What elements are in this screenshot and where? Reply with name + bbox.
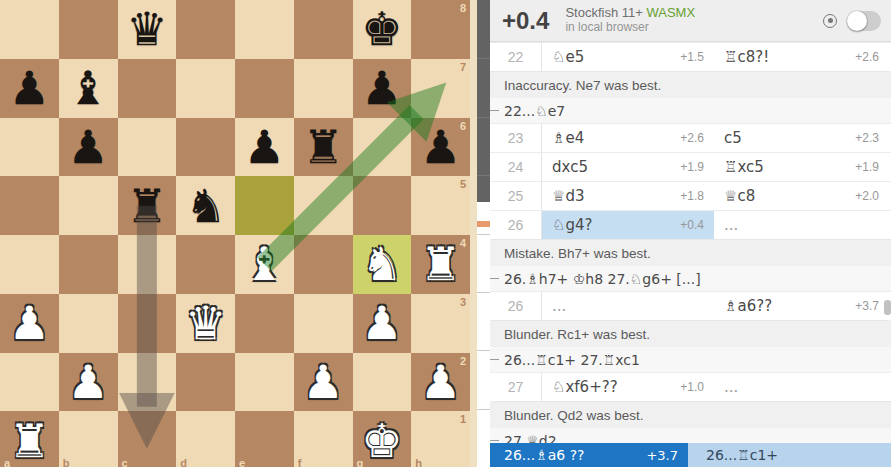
square-f7[interactable] bbox=[294, 59, 353, 118]
square-g2[interactable] bbox=[353, 353, 412, 412]
square-d6[interactable] bbox=[176, 118, 235, 177]
coord-file-c: c bbox=[122, 457, 128, 467]
white-queen-d3[interactable]: ♛ bbox=[176, 294, 235, 353]
square-h3[interactable]: 3 bbox=[411, 294, 470, 353]
engine-location: in local browser bbox=[565, 21, 695, 35]
black-king-g8[interactable]: ♚ bbox=[353, 0, 412, 59]
coord-file-e: e bbox=[239, 457, 245, 467]
gauge-tick bbox=[477, 175, 490, 176]
square-b1[interactable]: b bbox=[59, 411, 118, 467]
square-c1[interactable]: c bbox=[118, 411, 177, 467]
move-eval: +2.6 bbox=[680, 131, 704, 145]
white-move-cell[interactable]: dxc5+1.9 bbox=[542, 153, 714, 181]
played-move-eval: +3.7 bbox=[646, 448, 678, 463]
scrollbar-thumb[interactable] bbox=[884, 300, 891, 315]
move-row-22: 22♘e5+1.5♖c8?!+2.6 bbox=[490, 42, 891, 71]
square-h4[interactable]: ♜4 bbox=[411, 235, 470, 294]
square-f2[interactable]: ♟ bbox=[294, 353, 353, 412]
coord-rank-1: 1 bbox=[460, 413, 466, 425]
square-d1[interactable]: d bbox=[176, 411, 235, 467]
white-knight-g4[interactable]: ♞ bbox=[353, 235, 412, 294]
square-h6[interactable]: ♟6 bbox=[411, 118, 470, 177]
coord-rank-5: 5 bbox=[460, 178, 466, 190]
move-eval: +3.7 bbox=[855, 299, 879, 313]
black-pawn-e6[interactable]: ♟ bbox=[235, 118, 294, 177]
variation-line[interactable]: 22...♘e7 bbox=[490, 98, 891, 123]
square-a4[interactable] bbox=[0, 235, 59, 294]
white-move-cell[interactable]: ♘g4?+0.4 bbox=[542, 211, 714, 239]
engine-tech: WASMX bbox=[646, 5, 695, 20]
white-pawn-f2[interactable]: ♟ bbox=[294, 353, 353, 412]
move-eval: +1.9 bbox=[855, 160, 879, 174]
eval-gauge bbox=[477, 0, 490, 467]
lichess-analysis-screen: ♛♚8♟♝♟7♟♟♜♟6♜♞5♝♞♜4♟♛♟3♟♟♟2♜abcdef♚gh1 +… bbox=[0, 0, 891, 467]
square-e8[interactable] bbox=[235, 0, 294, 59]
square-b4[interactable] bbox=[59, 235, 118, 294]
square-f4[interactable] bbox=[294, 235, 353, 294]
toggle-knob bbox=[847, 11, 867, 31]
black-pawn-g7[interactable]: ♟ bbox=[353, 59, 412, 118]
chess-board[interactable]: ♛♚8♟♝♟7♟♟♜♟6♜♞5♝♞♜4♟♛♟3♟♟♟2♜abcdef♚gh1 bbox=[0, 0, 470, 467]
coord-rank-4: 4 bbox=[460, 237, 466, 249]
coord-rank-7: 7 bbox=[460, 61, 466, 73]
square-e3[interactable] bbox=[235, 294, 294, 353]
move-eval: +2.6 bbox=[855, 50, 879, 64]
square-g5[interactable] bbox=[353, 176, 412, 235]
judgment-comment-blunder: Blunder. Rc1+ was best. bbox=[490, 320, 891, 347]
square-h8[interactable]: 8 bbox=[411, 0, 470, 59]
move-eval: +2.0 bbox=[855, 189, 879, 203]
engine-eval: +0.4 bbox=[502, 7, 549, 35]
move-san: ♗a6?? bbox=[724, 297, 855, 315]
coord-file-b: b bbox=[63, 457, 70, 467]
move-row-24: 24dxc5+1.9♖xc5+1.9 bbox=[490, 152, 891, 181]
move-eval: +1.0 bbox=[680, 380, 704, 394]
square-b5[interactable] bbox=[59, 176, 118, 235]
best-move-button[interactable]: 26...♖c1+ bbox=[688, 443, 891, 467]
move-number: 22 bbox=[490, 43, 542, 71]
move-eval: +2.3 bbox=[855, 131, 879, 145]
square-g3[interactable]: ♟ bbox=[353, 294, 412, 353]
square-d4[interactable] bbox=[176, 235, 235, 294]
coord-rank-2: 2 bbox=[460, 355, 466, 367]
move-san: ♕d3 bbox=[552, 187, 680, 205]
black-move-cell[interactable]: ♕c8+2.0 bbox=[714, 182, 891, 210]
square-h2[interactable]: ♟2 bbox=[411, 353, 470, 412]
coord-file-d: d bbox=[180, 457, 187, 467]
black-rook-f6[interactable]: ♜ bbox=[294, 118, 353, 177]
square-c6[interactable] bbox=[118, 118, 177, 177]
move-eval: +0.4 bbox=[680, 218, 704, 232]
square-g8[interactable]: ♚ bbox=[353, 0, 412, 59]
gauge-tick bbox=[477, 350, 490, 351]
square-d7[interactable] bbox=[176, 59, 235, 118]
move-row-27: 27♘xf6+??+1.0... bbox=[490, 372, 891, 401]
white-move-cell[interactable]: ♕d3+1.8 bbox=[542, 182, 714, 210]
move-san: c5 bbox=[724, 129, 855, 147]
square-h7[interactable]: 7 bbox=[411, 59, 470, 118]
square-d3[interactable]: ♛ bbox=[176, 294, 235, 353]
coord-file-f: f bbox=[298, 457, 302, 467]
square-a3[interactable]: ♟ bbox=[0, 294, 59, 353]
black-rook-c5[interactable]: ♜ bbox=[118, 176, 177, 235]
square-a2[interactable] bbox=[0, 353, 59, 412]
focus-target-icon[interactable] bbox=[823, 14, 837, 28]
move-number: 26 bbox=[490, 211, 542, 239]
move-san: ♘e5 bbox=[552, 48, 680, 66]
square-f1[interactable]: f bbox=[294, 411, 353, 467]
move-number: 26 bbox=[490, 292, 542, 320]
next-move-bar: 26...♗a6 ?? +3.7 26...♖c1+ bbox=[490, 443, 891, 467]
move-san: ... bbox=[552, 297, 704, 315]
gauge-tick bbox=[477, 234, 490, 235]
black-move-cell[interactable]: ... bbox=[714, 211, 891, 239]
square-c5[interactable]: ♜ bbox=[118, 176, 177, 235]
square-f8[interactable] bbox=[294, 0, 353, 59]
judgment-comment-inaccuracy: Inaccuracy. Ne7 was best. bbox=[490, 71, 891, 98]
white-pawn-g3[interactable]: ♟ bbox=[353, 294, 412, 353]
move-number: 23 bbox=[490, 124, 542, 152]
white-pawn-a3[interactable]: ♟ bbox=[0, 294, 59, 353]
black-pawn-a7[interactable]: ♟ bbox=[0, 59, 59, 118]
square-d2[interactable] bbox=[176, 353, 235, 412]
square-c2[interactable] bbox=[118, 353, 177, 412]
square-g4[interactable]: ♞ bbox=[353, 235, 412, 294]
analysis-panel: +0.4 Stockfish 11+ WASMX in local browse… bbox=[490, 0, 891, 467]
square-f5[interactable] bbox=[294, 176, 353, 235]
black-queen-c8[interactable]: ♛ bbox=[118, 0, 177, 59]
gauge-tick bbox=[477, 409, 490, 410]
played-move-label: 26...♗a6 ?? bbox=[504, 447, 646, 463]
white-move-cell[interactable]: ♗e4+2.6 bbox=[542, 124, 714, 152]
square-b7[interactable]: ♝ bbox=[59, 59, 118, 118]
black-knight-d5[interactable]: ♞ bbox=[176, 176, 235, 235]
square-a5[interactable] bbox=[0, 176, 59, 235]
square-d5[interactable]: ♞ bbox=[176, 176, 235, 235]
black-move-cell[interactable]: ♖c8?!+2.6 bbox=[714, 43, 891, 71]
square-c8[interactable]: ♛ bbox=[118, 0, 177, 59]
gauge-tick bbox=[477, 292, 490, 293]
gauge-tick bbox=[477, 58, 490, 59]
black-pawn-b6[interactable]: ♟ bbox=[59, 118, 118, 177]
square-e2[interactable] bbox=[235, 353, 294, 412]
best-move-label: 26...♖c1+ bbox=[706, 447, 778, 463]
move-eval: +1.5 bbox=[680, 50, 704, 64]
square-e6[interactable]: ♟ bbox=[235, 118, 294, 177]
move-eval: +1.9 bbox=[680, 160, 704, 174]
square-c3[interactable] bbox=[118, 294, 177, 353]
move-row-26: 26...♗a6??+3.7 bbox=[490, 291, 891, 320]
engine-name: Stockfish 11+ bbox=[565, 5, 642, 20]
black-move-cell[interactable]: c5+2.3 bbox=[714, 124, 891, 152]
move-san: ♖xc5 bbox=[724, 158, 855, 176]
white-move-cell[interactable]: ♘e5+1.5 bbox=[542, 43, 714, 71]
move-san: ♗e4 bbox=[552, 129, 680, 147]
judgment-comment-blunder: Blunder. Qd2 was best. bbox=[490, 401, 891, 428]
white-move-cell[interactable]: ♘xf6+??+1.0 bbox=[542, 373, 714, 401]
square-c7[interactable] bbox=[118, 59, 177, 118]
gauge-eval-marker bbox=[477, 221, 490, 227]
gauge-tick bbox=[477, 117, 490, 118]
square-b8[interactable] bbox=[59, 0, 118, 59]
coord-rank-8: 8 bbox=[460, 2, 466, 14]
coord-file-h: h bbox=[415, 457, 422, 467]
move-san: ... bbox=[724, 216, 879, 234]
square-g7[interactable]: ♟ bbox=[353, 59, 412, 118]
square-d8[interactable] bbox=[176, 0, 235, 59]
engine-header: +0.4 Stockfish 11+ WASMX in local browse… bbox=[490, 0, 891, 42]
square-h1[interactable]: h1 bbox=[411, 411, 470, 467]
move-list: 22♘e5+1.5♖c8?!+2.6Inaccuracy. Ne7 was be… bbox=[490, 42, 891, 453]
coord-file-a: a bbox=[4, 457, 10, 467]
square-e1[interactable]: e bbox=[235, 411, 294, 467]
square-b3[interactable] bbox=[59, 294, 118, 353]
square-b2[interactable]: ♟ bbox=[59, 353, 118, 412]
move-row-25: 25♕d3+1.8♕c8+2.0 bbox=[490, 181, 891, 210]
square-b6[interactable]: ♟ bbox=[59, 118, 118, 177]
white-move-cell[interactable]: ... bbox=[542, 292, 714, 320]
square-a7[interactable]: ♟ bbox=[0, 59, 59, 118]
black-move-cell[interactable]: ♖xc5+1.9 bbox=[714, 153, 891, 181]
black-move-cell[interactable]: ♗a6??+3.7 bbox=[714, 292, 891, 320]
move-san: dxc5 bbox=[552, 158, 680, 176]
square-a8[interactable] bbox=[0, 0, 59, 59]
coord-rank-3: 3 bbox=[460, 296, 466, 308]
square-a6[interactable] bbox=[0, 118, 59, 177]
move-number: 25 bbox=[490, 182, 542, 210]
coord-file-g: g bbox=[357, 457, 364, 467]
square-f3[interactable] bbox=[294, 294, 353, 353]
black-move-cell[interactable]: ... bbox=[714, 373, 891, 401]
move-eval: +1.8 bbox=[680, 189, 704, 203]
played-move-button[interactable]: 26...♗a6 ?? +3.7 bbox=[490, 443, 688, 467]
square-g6[interactable] bbox=[353, 118, 412, 177]
engine-info: Stockfish 11+ WASMX in local browser bbox=[565, 6, 695, 35]
board-right-edge bbox=[470, 0, 477, 467]
white-bishop-e4[interactable]: ♝ bbox=[235, 235, 294, 294]
square-h5[interactable]: 5 bbox=[411, 176, 470, 235]
move-number: 24 bbox=[490, 153, 542, 181]
move-row-26: 26♘g4?+0.4... bbox=[490, 210, 891, 239]
move-san: ♕c8 bbox=[724, 187, 855, 205]
move-san: ♘xf6+?? bbox=[552, 378, 680, 396]
white-pawn-b2[interactable]: ♟ bbox=[59, 353, 118, 412]
square-a1[interactable]: ♜a bbox=[0, 411, 59, 467]
move-san: ... bbox=[724, 378, 879, 396]
judgment-comment-mistake: Mistake. Bh7+ was best. bbox=[490, 239, 891, 266]
square-f6[interactable]: ♜ bbox=[294, 118, 353, 177]
square-c4[interactable] bbox=[118, 235, 177, 294]
move-number: 27 bbox=[490, 373, 542, 401]
gauge-black-share bbox=[477, 0, 490, 202]
coord-rank-6: 6 bbox=[460, 120, 466, 132]
move-row-23: 23♗e4+2.6c5+2.3 bbox=[490, 123, 891, 152]
black-bishop-b7[interactable]: ♝ bbox=[59, 59, 118, 118]
square-e4[interactable]: ♝ bbox=[235, 235, 294, 294]
variation-line[interactable]: 26...♖c1+ 27.♖xc1 bbox=[490, 347, 891, 372]
move-san: ♘g4? bbox=[552, 216, 680, 234]
square-e5[interactable] bbox=[235, 176, 294, 235]
move-san: ♖c8?! bbox=[724, 48, 855, 66]
engine-toggle[interactable] bbox=[847, 11, 881, 31]
variation-line[interactable]: 26.♗h7+ ♔h8 27.♘g6+ [...] bbox=[490, 266, 891, 291]
square-g1[interactable]: ♚g bbox=[353, 411, 412, 467]
square-e7[interactable] bbox=[235, 59, 294, 118]
